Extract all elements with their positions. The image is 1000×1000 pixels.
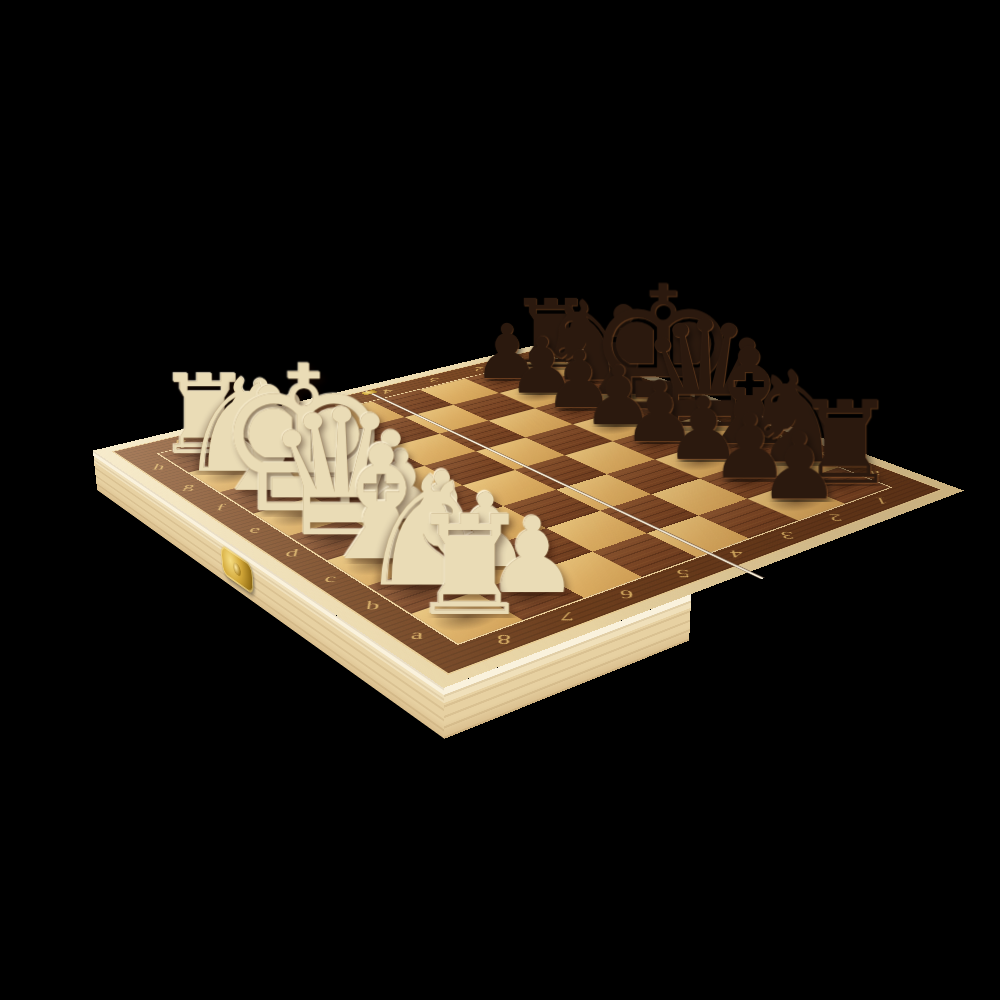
chess-board: 87654321 87654321 hgfedcba hgfedcba ♜♟♟♜…: [93, 340, 964, 688]
walnut-frame: 87654321 87654321 hgfedcba hgfedcba ♜♟♟♜…: [114, 345, 940, 673]
product-photo: 87654321 87654321 hgfedcba hgfedcba ♜♟♟♜…: [205, 160, 825, 780]
piece-dark-bishop-c1: ♝: [688, 331, 808, 464]
fold-gap: [730, 577, 736, 624]
piece-dark-knight-b1: ♞: [738, 354, 852, 481]
board-top-face: 87654321 87654321 hgfedcba hgfedcba ♜♟♟♜…: [93, 340, 964, 688]
